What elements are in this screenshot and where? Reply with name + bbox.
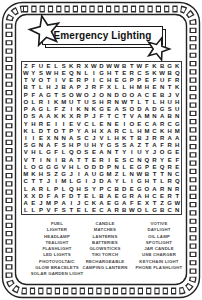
grid-cell: I — [83, 178, 91, 185]
grid-cell: L — [30, 98, 38, 105]
worksheet-page: Emergency Lighting ZFUELSKRXWDWWBTWFKBGK… — [0, 0, 202, 300]
grid-cell: A — [60, 200, 68, 207]
grid-cell: F — [60, 192, 68, 199]
grid-cell: T — [105, 113, 113, 120]
grid-cell: P — [52, 200, 60, 207]
grid-cell: L — [45, 185, 53, 192]
grid-cell: V — [22, 156, 30, 163]
grid-cell: J — [90, 91, 98, 98]
grid-cell: L — [90, 120, 98, 127]
grid-cell: N — [128, 171, 136, 178]
grid-cell: F — [173, 156, 181, 163]
grid-cell: V — [173, 91, 181, 98]
grid-cell: T — [45, 76, 53, 83]
grid-cell: C — [128, 156, 136, 163]
grid-cell: L — [67, 178, 75, 185]
grid-cell: O — [30, 163, 38, 170]
grid-cell: I — [30, 134, 38, 141]
grid-cell: T — [113, 149, 121, 156]
grid-cell: I — [60, 120, 68, 127]
grid-cell: N — [45, 156, 53, 163]
grid-cell: J — [166, 91, 174, 98]
grid-cell: F — [166, 76, 174, 83]
grid-cell: E — [151, 84, 159, 91]
grid-cell: E — [113, 192, 121, 199]
grid-cell: A — [173, 134, 181, 141]
grid-cell: E — [128, 163, 136, 170]
grid-cell: V — [30, 76, 38, 83]
word-item: SOLAR GARDEN LIGHT — [18, 271, 96, 277]
grid-cell: T — [60, 127, 68, 134]
grid-cell: Q — [173, 178, 181, 185]
grid-cell: T — [30, 156, 38, 163]
grid-cell: P — [83, 76, 91, 83]
grid-cell: V — [60, 76, 68, 83]
grid-cell: C — [151, 192, 159, 199]
grid-cell: U — [158, 76, 166, 83]
grid-cell: H — [166, 127, 174, 134]
grid-cell: X — [67, 113, 75, 120]
grid-cell: K — [158, 127, 166, 134]
grid-cell: A — [166, 134, 174, 141]
grid-cell: G — [45, 163, 53, 170]
grid-cell: X — [30, 192, 38, 199]
grid-cell: B — [60, 84, 68, 91]
grid-cell: O — [83, 163, 91, 170]
grid-cell: O — [98, 91, 106, 98]
grid-cell: K — [22, 127, 30, 134]
grid-cell: K — [173, 62, 181, 69]
grid-cell: L — [136, 98, 144, 105]
grid-cell: J — [37, 200, 45, 207]
grid-cell: B — [120, 207, 128, 214]
grid-cell: C — [113, 113, 121, 120]
grid-cell: N — [158, 84, 166, 91]
grid-cell: W — [136, 62, 144, 69]
grid-cell: L — [120, 84, 128, 91]
grid-cell: N — [173, 207, 181, 214]
grid-cell: L — [30, 207, 38, 214]
grid-cell: F — [52, 149, 60, 156]
grid-cell: I — [22, 134, 30, 141]
grid-cell: R — [37, 98, 45, 105]
grid-cell: R — [75, 113, 83, 120]
grid-cell: A — [105, 127, 113, 134]
grid-cell: F — [52, 142, 60, 149]
grid-cell: A — [98, 200, 106, 207]
grid-cell: O — [136, 207, 144, 214]
grid-cell: T — [75, 156, 83, 163]
grid-cell: N — [166, 171, 174, 178]
grid-cell: S — [60, 142, 68, 149]
grid-cell: H — [143, 178, 151, 185]
grid-cell: E — [166, 156, 174, 163]
grid-cell: D — [120, 185, 128, 192]
grid-cell: V — [22, 149, 30, 156]
grid-cell: B — [120, 62, 128, 69]
grid-cell: E — [143, 76, 151, 83]
grid-cell: Z — [158, 200, 166, 207]
grid-cell: H — [128, 84, 136, 91]
grid-cell: T — [45, 127, 53, 134]
grid-cell: S — [120, 156, 128, 163]
grid-cell: W — [45, 69, 53, 76]
grid-cell: R — [113, 207, 121, 214]
grid-cell: S — [37, 69, 45, 76]
grid-cell: E — [105, 105, 113, 112]
grid-cell: T — [83, 156, 91, 163]
grid-cell: A — [128, 142, 136, 149]
grid-cell: T — [75, 192, 83, 199]
grid-cell: G — [98, 105, 106, 112]
grid-cell: H — [52, 69, 60, 76]
grid-cell: Q — [67, 185, 75, 192]
grid-cell: I — [120, 120, 128, 127]
grid-cell: N — [75, 69, 83, 76]
grid-cell: A — [98, 149, 106, 156]
grid-cell: K — [52, 98, 60, 105]
grid-cell: I — [128, 149, 136, 156]
grid-cell: R — [128, 192, 136, 199]
grid-cell: E — [158, 192, 166, 199]
grid-cell: A — [120, 200, 128, 207]
grid-cell: U — [136, 149, 144, 156]
grid-cell: M — [60, 98, 68, 105]
grid-cell: C — [166, 120, 174, 127]
grid-cell: L — [45, 105, 53, 112]
grid-cell: N — [105, 91, 113, 98]
grid-cell: L — [90, 192, 98, 199]
grid-cell: S — [60, 91, 68, 98]
grid-cell: Y — [90, 185, 98, 192]
grid-cell: N — [113, 98, 121, 105]
grid-cell: C — [151, 127, 159, 134]
grid-cell: F — [128, 200, 136, 207]
grid-cell: B — [22, 84, 30, 91]
grid-cell: O — [158, 149, 166, 156]
grid-cell: H — [105, 69, 113, 76]
grid-cell: E — [90, 207, 98, 214]
grid-cell: R — [158, 134, 166, 141]
grid-cell: T — [30, 178, 38, 185]
grid-cell: C — [120, 127, 128, 134]
grid-cell: E — [120, 69, 128, 76]
grid-cell: S — [143, 69, 151, 76]
grid-cell: V — [75, 120, 83, 127]
grid-cell: A — [37, 113, 45, 120]
grid-cell: R — [166, 163, 174, 170]
grid-cell: F — [98, 84, 106, 91]
grid-cell: S — [120, 105, 128, 112]
grid-cell: T — [120, 113, 128, 120]
grid-cell: V — [128, 113, 136, 120]
grid-cell: D — [98, 163, 106, 170]
grid-cell: A — [143, 105, 151, 112]
grid-cell: W — [158, 69, 166, 76]
grid-cell: Z — [22, 62, 30, 69]
grid-cell: X — [143, 200, 151, 207]
grid-cell: Y — [113, 178, 121, 185]
grid-cell: S — [45, 171, 53, 178]
grid-cell: A — [113, 105, 121, 112]
grid-cell: F — [143, 62, 151, 69]
grid-cell: H — [143, 192, 151, 199]
grid-cell: B — [158, 207, 166, 214]
grid-cell: B — [98, 192, 106, 199]
grid-cell: R — [98, 156, 106, 163]
grid-cell: G — [120, 192, 128, 199]
grid-cell: R — [151, 134, 159, 141]
grid-cell: C — [83, 134, 91, 141]
grid-cell: J — [90, 178, 98, 185]
grid-cell: E — [30, 200, 38, 207]
grid-cell: I — [67, 105, 75, 112]
grid-cell: E — [151, 163, 159, 170]
grid-cell: M — [22, 171, 30, 178]
grid-cell: G — [158, 105, 166, 112]
grid-cell: G — [60, 171, 68, 178]
grid-cell: Q — [67, 69, 75, 76]
grid-cell: G — [151, 207, 159, 214]
grid-cell: T — [173, 192, 181, 199]
grid-cell: D — [67, 192, 75, 199]
grid-cell: H — [136, 127, 144, 134]
grid-cell: S — [30, 113, 38, 120]
grid-cell: M — [45, 200, 53, 207]
grid-cell: R — [75, 62, 83, 69]
grid-cell: R — [75, 76, 83, 83]
grid-cell: A — [30, 105, 38, 112]
grid-cell: Z — [113, 171, 121, 178]
grid-cell: O — [83, 91, 91, 98]
grid-cell: O — [120, 91, 128, 98]
grid-cell: J — [83, 84, 91, 91]
grid-cell: A — [83, 127, 91, 134]
grid-cell: J — [52, 84, 60, 91]
grid-cell: R — [173, 185, 181, 192]
grid-cell: J — [151, 149, 159, 156]
grid-cell: W — [75, 91, 83, 98]
grid-cell: S — [113, 142, 121, 149]
grid-cell: Y — [98, 142, 106, 149]
grid-cell: A — [158, 113, 166, 120]
grid-cell: A — [45, 113, 53, 120]
grid-cell: I — [128, 178, 136, 185]
grid-cell: E — [67, 76, 75, 83]
grid-cell: A — [105, 178, 113, 185]
grid-cell: Y — [120, 149, 128, 156]
grid-cell: S — [166, 105, 174, 112]
grid-cell: I — [67, 200, 75, 207]
grid-cell: E — [60, 69, 68, 76]
grid-cell: A — [83, 171, 91, 178]
grid-cell: D — [37, 192, 45, 199]
grid-cell: H — [30, 149, 38, 156]
grid-cell: A — [67, 156, 75, 163]
grid-cell: N — [105, 149, 113, 156]
grid-cell: S — [75, 134, 83, 141]
grid-cell: C — [98, 207, 106, 214]
grid-cell: D — [151, 105, 159, 112]
grid-cell: I — [90, 76, 98, 83]
grid-cell: L — [105, 134, 113, 141]
grid-cell: C — [105, 185, 113, 192]
grid-cell: L — [37, 84, 45, 91]
grid-cell: E — [128, 185, 136, 192]
grid-cell: W — [136, 171, 144, 178]
grid-cell: M — [136, 84, 144, 91]
grid-cell: O — [67, 91, 75, 98]
grid-cell: F — [30, 91, 38, 98]
grid-cell: M — [143, 127, 151, 134]
grid-cell: I — [52, 178, 60, 185]
grid-cell: E — [173, 163, 181, 170]
grid-cell: R — [128, 69, 136, 76]
grid-cell: A — [151, 185, 159, 192]
grid-cell: S — [83, 149, 91, 156]
grid-cell: E — [136, 200, 144, 207]
grid-cell: J — [90, 134, 98, 141]
grid-cell: U — [37, 62, 45, 69]
grid-cell: Y — [30, 69, 38, 76]
grid-cell: E — [67, 120, 75, 127]
grid-cell: E — [83, 192, 91, 199]
grid-cell: O — [37, 76, 45, 83]
grid-cell: N — [173, 113, 181, 120]
grid-cell: U — [173, 105, 181, 112]
grid-cell: R — [37, 120, 45, 127]
grid-cell: M — [143, 113, 151, 120]
grid-cell: K — [67, 62, 75, 69]
grid-cell: U — [83, 98, 91, 105]
grid-cell: V — [98, 134, 106, 141]
grid-cell: D — [113, 91, 121, 98]
grid-cell: H — [98, 98, 106, 105]
grid-cell: Q — [173, 69, 181, 76]
grid-cell: T — [30, 84, 38, 91]
grid-cell: T — [151, 200, 159, 207]
grid-cell: I — [52, 120, 60, 127]
grid-cell: P — [105, 163, 113, 170]
grid-cell: A — [136, 113, 144, 120]
grid-cell: B — [166, 113, 174, 120]
grid-cell: R — [166, 178, 174, 185]
grid-cell: A — [52, 192, 60, 199]
grid-cell: P — [143, 163, 151, 170]
grid-cell: P — [128, 76, 136, 83]
grid-cell: L — [22, 163, 30, 170]
grid-cell: X — [83, 62, 91, 69]
word-list-column-3: VOTIVEDAYLIGHTOIL LAMPSPOTLIGHTJAR CANDL… — [128, 221, 190, 271]
grid-cell: P — [67, 127, 75, 134]
grid-cell: I — [52, 76, 60, 83]
grid-cell: O — [128, 105, 136, 112]
grid-cell: H — [90, 142, 98, 149]
grid-cell: L — [120, 163, 128, 170]
grid-cell: Y — [158, 156, 166, 163]
grid-cell: V — [45, 207, 53, 214]
grid-cell: Q — [67, 149, 75, 156]
grid-cell: A — [22, 200, 30, 207]
grid-cell: T — [67, 207, 75, 214]
grid-cell: P — [52, 185, 60, 192]
grid-cell: U — [90, 171, 98, 178]
grid-cell: T — [113, 69, 121, 76]
grid-cell: A — [30, 185, 38, 192]
grid-cell: N — [136, 156, 144, 163]
grid-cell: M — [60, 178, 68, 185]
grid-cell: E — [105, 200, 113, 207]
grid-cell: A — [105, 207, 113, 214]
grid-cell: P — [22, 91, 30, 98]
grid-cell: F — [52, 207, 60, 214]
grid-cell: J — [75, 200, 83, 207]
grid-cell: X — [22, 192, 30, 199]
grid-cell: E — [113, 156, 121, 163]
grid-cell: G — [98, 171, 106, 178]
grid-cell: G — [166, 62, 174, 69]
grid-cell: L — [158, 178, 166, 185]
grid-cell: R — [166, 192, 174, 199]
grid-cell: A — [67, 84, 75, 91]
grid-cell: E — [90, 156, 98, 163]
grid-cell: E — [98, 120, 106, 127]
grid-cell: I — [37, 156, 45, 163]
grid-cell: M — [105, 171, 113, 178]
grid-cell: F — [30, 62, 38, 69]
grid-cell: H — [143, 84, 151, 91]
grid-cell: H — [75, 185, 83, 192]
grid-cell: W — [128, 207, 136, 214]
grid-cell: D — [90, 163, 98, 170]
grid-cell: G — [166, 200, 174, 207]
grid-cell: P — [98, 185, 106, 192]
grid-cell: C — [143, 120, 151, 127]
grid-cell: D — [22, 113, 30, 120]
grid-cell: K — [151, 62, 159, 69]
grid-cell: R — [105, 98, 113, 105]
grid-cell: J — [45, 178, 53, 185]
grid-cell: O — [128, 120, 136, 127]
grid-cell: O — [22, 98, 30, 105]
grid-cell: T — [128, 62, 136, 69]
grid-cell: L — [120, 171, 128, 178]
grid-cell: P — [22, 105, 30, 112]
grid-cell: H — [67, 142, 75, 149]
grid-cell: N — [151, 113, 159, 120]
grid-cell: L — [30, 127, 38, 134]
grid-cell: G — [30, 142, 38, 149]
grid-cell: S — [60, 62, 68, 69]
grid-cell: S — [83, 185, 91, 192]
grid-cell: C — [98, 76, 106, 83]
grid-cell: B — [113, 185, 121, 192]
grid-cell: L — [60, 185, 68, 192]
grid-cell: K — [75, 105, 83, 112]
word-item: CAMPING LANTERN — [77, 265, 133, 271]
grid-cell: H — [173, 98, 181, 105]
grid-cell: U — [166, 98, 174, 105]
grid-cell: W — [105, 62, 113, 69]
grid-cell: Z — [52, 171, 60, 178]
grid-cell: L — [52, 62, 60, 69]
grid-cell: C — [83, 200, 91, 207]
grid-cell: L — [22, 207, 30, 214]
grid-cell: F — [45, 192, 53, 199]
grid-cell: L — [60, 149, 68, 156]
grid-cell: C — [173, 171, 181, 178]
grid-cell: N — [113, 163, 121, 170]
